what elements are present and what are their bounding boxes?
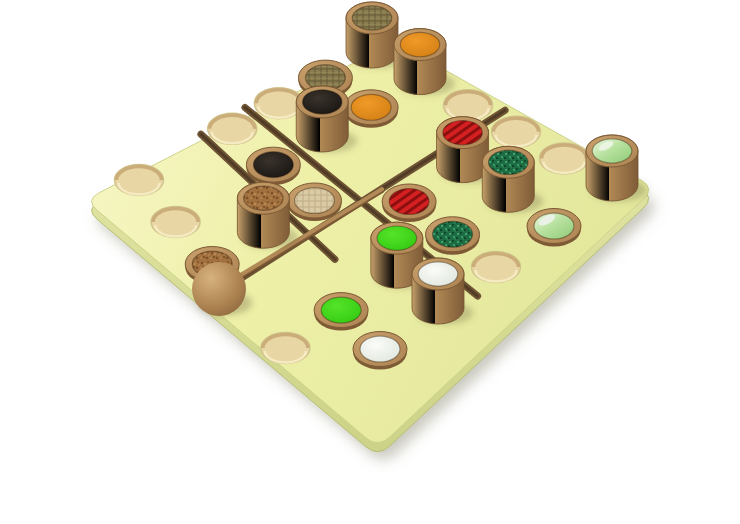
disc-mirror[interactable] (527, 209, 581, 247)
recess (208, 113, 257, 144)
disc-astroturf[interactable] (426, 217, 480, 255)
disc-white[interactable] (353, 332, 407, 370)
disc-green[interactable] (314, 293, 368, 331)
recess (261, 333, 310, 364)
recess (444, 90, 493, 121)
cylinder-orange[interactable] (394, 29, 455, 95)
recess (151, 207, 200, 238)
recess (472, 252, 521, 283)
photo-stage (0, 0, 740, 524)
recess (540, 143, 589, 174)
board-scene (0, 0, 740, 524)
recess (492, 116, 541, 147)
cylinder-mirror[interactable] (586, 135, 647, 201)
disc-orange[interactable] (344, 90, 398, 128)
disc-canvas[interactable] (288, 183, 342, 221)
slider-ball[interactable] (192, 262, 246, 316)
recess (115, 165, 164, 196)
disc-black[interactable] (246, 147, 300, 185)
disc-corduroy[interactable] (382, 184, 436, 222)
